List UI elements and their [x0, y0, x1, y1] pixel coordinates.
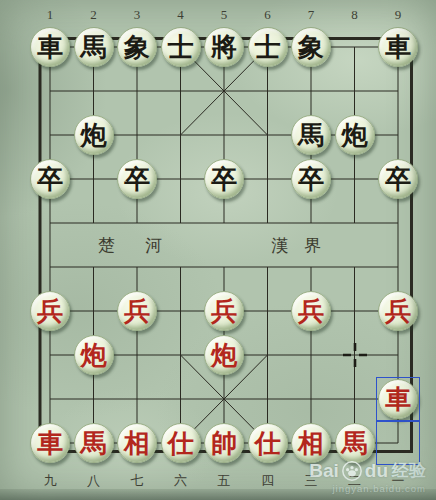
file-label-top: 2 — [83, 7, 105, 23]
file-label-top: 6 — [257, 7, 279, 23]
selection-box — [376, 421, 420, 465]
piece-red[interactable]: 帥 — [202, 421, 246, 465]
file-label-bottom: 九 — [39, 472, 61, 490]
piece-glyph: 馬 — [74, 423, 114, 463]
piece-red[interactable]: 炮 — [72, 333, 116, 377]
piece-red[interactable]: 馬 — [333, 421, 377, 465]
file-label-top: 4 — [170, 7, 192, 23]
piece-red[interactable]: 仕 — [159, 421, 203, 465]
file-label-bottom: 三 — [300, 472, 322, 490]
piece-red[interactable]: 相 — [115, 421, 159, 465]
piece-red[interactable]: 兵 — [202, 289, 246, 333]
piece-glyph: 仕 — [248, 423, 288, 463]
piece-glyph: 炮 — [204, 335, 244, 375]
file-label-top: 9 — [387, 7, 409, 23]
piece-glyph: 馬 — [291, 115, 331, 155]
piece-red[interactable]: 兵 — [289, 289, 333, 333]
piece-glyph: 兵 — [378, 291, 418, 331]
piece-glyph: 馬 — [335, 423, 375, 463]
piece-black[interactable]: 士 — [246, 25, 290, 69]
piece-red[interactable]: 兵 — [376, 289, 420, 333]
piece-black[interactable]: 將 — [202, 25, 246, 69]
piece-glyph: 炮 — [74, 115, 114, 155]
piece-black[interactable]: 炮 — [333, 113, 377, 157]
piece-black[interactable]: 象 — [289, 25, 333, 69]
file-label-top: 5 — [213, 7, 235, 23]
piece-glyph: 兵 — [291, 291, 331, 331]
move-origin-marker — [333, 333, 377, 377]
file-label-bottom: 一 — [387, 472, 409, 490]
piece-glyph: 馬 — [74, 27, 114, 67]
piece-red[interactable]: 車 — [28, 421, 72, 465]
piece-black[interactable]: 卒 — [115, 157, 159, 201]
piece-glyph: 車 — [30, 423, 70, 463]
piece-glyph: 象 — [291, 27, 331, 67]
file-label-bottom: 二 — [344, 472, 366, 490]
piece-glyph: 卒 — [117, 159, 157, 199]
piece-black[interactable]: 象 — [115, 25, 159, 69]
piece-red[interactable]: 馬 — [72, 421, 116, 465]
piece-black[interactable]: 卒 — [376, 157, 420, 201]
piece-glyph: 相 — [291, 423, 331, 463]
piece-glyph: 象 — [117, 27, 157, 67]
piece-glyph: 卒 — [204, 159, 244, 199]
piece-black[interactable]: 車 — [28, 25, 72, 69]
piece-glyph: 卒 — [378, 159, 418, 199]
piece-red[interactable]: 兵 — [28, 289, 72, 333]
piece-red[interactable]: 炮 — [202, 333, 246, 377]
piece-glyph: 炮 — [335, 115, 375, 155]
piece-glyph: 卒 — [291, 159, 331, 199]
piece-black[interactable]: 炮 — [72, 113, 116, 157]
file-label-bottom: 八 — [83, 472, 105, 490]
piece-glyph: 卒 — [30, 159, 70, 199]
piece-glyph: 士 — [161, 27, 201, 67]
piece-red[interactable]: 相 — [289, 421, 333, 465]
piece-glyph: 兵 — [204, 291, 244, 331]
piece-black[interactable]: 卒 — [28, 157, 72, 201]
piece-glyph: 兵 — [117, 291, 157, 331]
piece-black[interactable]: 士 — [159, 25, 203, 69]
bottom-shadow-strip — [0, 489, 436, 500]
piece-glyph: 士 — [248, 27, 288, 67]
baidu-watermark-url: jingyan.baidu.com — [309, 484, 426, 494]
file-label-top: 8 — [344, 7, 366, 23]
piece-red[interactable]: 仕 — [246, 421, 290, 465]
file-label-top: 1 — [39, 7, 61, 23]
piece-glyph: 帥 — [204, 423, 244, 463]
selection-box — [376, 377, 420, 421]
file-label-top: 3 — [126, 7, 148, 23]
piece-red[interactable]: 兵 — [115, 289, 159, 333]
piece-black[interactable]: 馬 — [289, 113, 333, 157]
piece-black[interactable]: 車 — [376, 25, 420, 69]
piece-glyph: 車 — [30, 27, 70, 67]
board: 車馬象士將士象車炮馬炮卒卒卒卒卒兵兵兵兵兵炮炮車車馬相仕帥仕相馬 — [28, 25, 420, 465]
piece-black[interactable]: 卒 — [202, 157, 246, 201]
piece-glyph: 兵 — [30, 291, 70, 331]
xiangqi-board-screen: 車馬象士將士象車炮馬炮卒卒卒卒卒兵兵兵兵兵炮炮車車馬相仕帥仕相馬 1234567… — [0, 0, 436, 500]
piece-glyph: 炮 — [74, 335, 114, 375]
file-label-bottom: 四 — [257, 472, 279, 490]
piece-black[interactable]: 卒 — [289, 157, 333, 201]
file-label-top: 7 — [300, 7, 322, 23]
piece-glyph: 仕 — [161, 423, 201, 463]
file-label-bottom: 六 — [170, 472, 192, 490]
baidu-watermark: Bai du 经验 jingyan.baidu.com — [309, 460, 426, 494]
file-label-bottom: 七 — [126, 472, 148, 490]
piece-black[interactable]: 馬 — [72, 25, 116, 69]
piece-glyph: 將 — [204, 27, 244, 67]
piece-glyph: 車 — [378, 27, 418, 67]
file-label-bottom: 五 — [213, 472, 235, 490]
piece-glyph: 相 — [117, 423, 157, 463]
